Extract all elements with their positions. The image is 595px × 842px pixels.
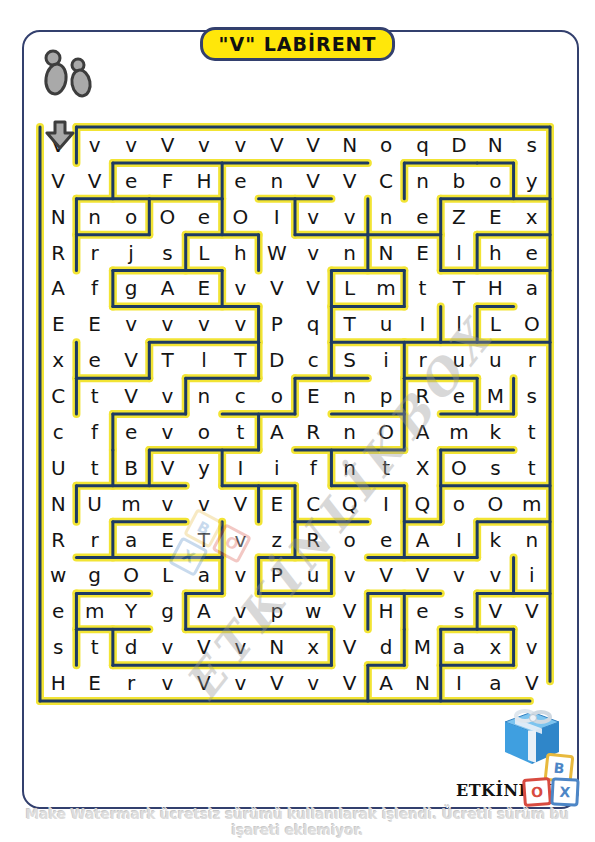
maze-cell: k	[477, 414, 513, 450]
maze-cell: H	[368, 593, 404, 629]
maze-cell: I	[441, 522, 477, 558]
maze-cell: E	[477, 199, 513, 235]
maze-cell: S	[331, 342, 367, 378]
maze-cell: A	[404, 522, 440, 558]
maze-cell: V	[295, 271, 331, 307]
maze-cell: v	[222, 629, 258, 665]
watermark-bottom-text: Make Watermark ücretsiz sürümü kullanıla…	[0, 806, 595, 838]
maze-cell: v	[295, 199, 331, 235]
maze-cell: v	[331, 558, 367, 594]
maze-cell: a	[477, 665, 513, 701]
worksheet-page: "V" LABİRENT VvvVvvVVNoqDNsVVeFHenVVCnbo…	[0, 0, 595, 842]
maze-cell: t	[76, 378, 112, 414]
maze-cell: R	[295, 414, 331, 450]
maze-cell: v	[477, 558, 513, 594]
maze-cell: a	[113, 522, 149, 558]
maze-cell: v	[186, 306, 222, 342]
maze-cell: e	[514, 235, 550, 271]
brand-block-o: O	[522, 777, 552, 807]
maze-cell: c	[40, 414, 76, 450]
maze-cell: D	[259, 342, 295, 378]
maze-cell: E	[76, 665, 112, 701]
maze-cell: t	[76, 629, 112, 665]
maze-cell: s	[441, 593, 477, 629]
maze-cell: V	[76, 163, 112, 199]
maze-cell: E	[76, 306, 112, 342]
maze-cell: l	[441, 306, 477, 342]
maze-cell: t	[514, 414, 550, 450]
maze-cell: u	[477, 342, 513, 378]
maze-cell: t	[76, 450, 112, 486]
maze-cell: p	[259, 593, 295, 629]
maze-cell: q	[295, 306, 331, 342]
maze-cell: P	[259, 306, 295, 342]
maze-cell: e	[113, 414, 149, 450]
footprints-icon	[36, 48, 106, 150]
maze-cell: O	[441, 450, 477, 486]
maze-cell: x	[295, 629, 331, 665]
maze-cell: s	[477, 450, 513, 486]
maze-cell: C	[368, 163, 404, 199]
maze-cell: t	[222, 414, 258, 450]
maze-cell: e	[186, 199, 222, 235]
maze-cell: f	[295, 450, 331, 486]
maze-cell: Q	[331, 486, 367, 522]
maze-cell: s	[514, 127, 550, 163]
maze-cell: O	[368, 414, 404, 450]
brand-blocks-icon: B O X	[523, 754, 579, 806]
maze-cell: V	[514, 665, 550, 701]
maze-cell: v	[222, 306, 258, 342]
maze-cell: o	[477, 163, 513, 199]
maze-cell: m	[368, 271, 404, 307]
maze-cell: r	[404, 342, 440, 378]
maze-cell: Q	[404, 486, 440, 522]
maze-cell: v	[222, 665, 258, 701]
maze-cell: n	[514, 522, 550, 558]
maze-cell: s	[149, 235, 185, 271]
maze-cell: A	[149, 271, 185, 307]
maze-cell: v	[222, 271, 258, 307]
maze-cell: V	[331, 163, 367, 199]
maze-cell: s	[514, 378, 550, 414]
maze-cell: V	[186, 629, 222, 665]
maze-cell: e	[441, 378, 477, 414]
maze-cell: v	[295, 235, 331, 271]
maze-cell: o	[186, 414, 222, 450]
maze-cell: y	[186, 450, 222, 486]
maze-cell: d	[113, 629, 149, 665]
maze-cell: n	[186, 378, 222, 414]
maze-cell: e	[222, 163, 258, 199]
maze-cell: v	[222, 593, 258, 629]
page-title: "V" LABİRENT	[200, 27, 396, 61]
letter-maze-board: VvvVvvVVNoqDNsVVeFHenVVCnboyNnoOeOIvvneZ…	[40, 127, 550, 701]
maze-cell: r	[514, 342, 550, 378]
maze-cell: Y	[113, 593, 149, 629]
maze-cell: V	[222, 486, 258, 522]
maze-cell: y	[514, 163, 550, 199]
maze-cell: v	[441, 558, 477, 594]
maze-cell: T	[331, 306, 367, 342]
maze-cell: v	[149, 306, 185, 342]
maze-cell: t	[514, 450, 550, 486]
maze-cell: E	[186, 271, 222, 307]
maze-cell: n	[331, 414, 367, 450]
maze-cell: m	[76, 593, 112, 629]
maze-cell: g	[76, 558, 112, 594]
maze-cell: M	[404, 629, 440, 665]
maze-cell: V	[295, 127, 331, 163]
maze-cell: o	[331, 522, 367, 558]
maze-cell: v	[113, 127, 149, 163]
maze-cell: V	[259, 665, 295, 701]
down-arrow-icon	[42, 120, 78, 150]
maze-cell: x	[514, 199, 550, 235]
maze-cell: N	[404, 665, 440, 701]
maze-cell: n	[259, 163, 295, 199]
maze-cell: N	[259, 629, 295, 665]
maze-cell: b	[441, 163, 477, 199]
maze-cell: V	[149, 450, 185, 486]
maze-cell: V	[186, 665, 222, 701]
maze-cell: H	[186, 163, 222, 199]
maze-cell: m	[514, 486, 550, 522]
maze-cell: n	[368, 199, 404, 235]
maze-cell: N	[368, 235, 404, 271]
maze-cell: A	[404, 414, 440, 450]
maze-cell: V	[331, 665, 367, 701]
maze-cell: j	[113, 235, 149, 271]
maze-cell: h	[477, 235, 513, 271]
maze-cell: C	[40, 378, 76, 414]
maze-cell: V	[295, 163, 331, 199]
maze-cell: o	[441, 486, 477, 522]
maze-cell: V	[477, 593, 513, 629]
maze-cell: O	[149, 199, 185, 235]
maze-cell: v	[514, 629, 550, 665]
maze-cell: R	[40, 235, 76, 271]
maze-cell: V	[514, 593, 550, 629]
maze-cell: u	[441, 342, 477, 378]
maze-cell: R	[404, 378, 440, 414]
maze-cell: i	[368, 342, 404, 378]
maze-cell: T	[149, 342, 185, 378]
maze-cell: T	[441, 271, 477, 307]
maze-cell: n	[331, 450, 367, 486]
maze-cell: X	[404, 450, 440, 486]
maze-cell: f	[76, 271, 112, 307]
maze-cell: r	[113, 665, 149, 701]
maze-cell: V	[259, 271, 295, 307]
maze-cell: m	[441, 414, 477, 450]
maze-cell: A	[259, 414, 295, 450]
maze-cell: U	[40, 450, 76, 486]
maze-cell: x	[40, 342, 76, 378]
maze-cell: R	[40, 522, 76, 558]
maze-cell: v	[149, 414, 185, 450]
maze-cell: V	[113, 378, 149, 414]
maze-cell: v	[222, 127, 258, 163]
maze-cell: v	[149, 629, 185, 665]
maze-cells: VvvVvvVVNoqDNsVVeFHenVVCnboyNnoOeOIvvneZ…	[40, 127, 550, 701]
maze-cell: g	[113, 271, 149, 307]
maze-cell: n	[404, 163, 440, 199]
maze-cell: z	[259, 522, 295, 558]
maze-cell: V	[259, 127, 295, 163]
maze-cell: V	[40, 163, 76, 199]
maze-cell: t	[404, 271, 440, 307]
maze-cell: w	[295, 593, 331, 629]
maze-cell: E	[40, 306, 76, 342]
maze-cell: H	[40, 665, 76, 701]
maze-cell: t	[368, 450, 404, 486]
maze-cell: U	[76, 486, 112, 522]
maze-cell: n	[331, 378, 367, 414]
maze-cell: r	[76, 235, 112, 271]
maze-cell: r	[76, 522, 112, 558]
maze-cell: v	[113, 306, 149, 342]
maze-cell: V	[113, 342, 149, 378]
maze-cell: e	[404, 199, 440, 235]
maze-cell: H	[477, 271, 513, 307]
maze-cell: N	[477, 127, 513, 163]
maze-cell: N	[40, 486, 76, 522]
maze-cell: c	[222, 378, 258, 414]
maze-cell: i	[259, 450, 295, 486]
maze-cell: W	[259, 235, 295, 271]
maze-cell: O	[113, 558, 149, 594]
maze-cell: c	[295, 342, 331, 378]
maze-cell: e	[368, 522, 404, 558]
maze-cell: A	[186, 593, 222, 629]
maze-cell: n	[331, 235, 367, 271]
maze-cell: l	[441, 235, 477, 271]
maze-cell: L	[477, 306, 513, 342]
maze-cell: e	[76, 342, 112, 378]
maze-cell: a	[514, 271, 550, 307]
maze-cell: w	[40, 558, 76, 594]
maze-cell: V	[368, 558, 404, 594]
maze-cell: I	[368, 486, 404, 522]
maze-cell: u	[295, 558, 331, 594]
maze-cell: g	[149, 593, 185, 629]
maze-cell: v	[149, 378, 185, 414]
maze-cell: e	[113, 163, 149, 199]
maze-cell: O	[222, 199, 258, 235]
maze-cell: e	[404, 593, 440, 629]
maze-cell: N	[40, 199, 76, 235]
maze-cell: v	[186, 127, 222, 163]
maze-cell: f	[76, 414, 112, 450]
maze-cell: L	[186, 235, 222, 271]
maze-cell: I	[222, 450, 258, 486]
maze-cell: x	[477, 629, 513, 665]
maze-cell: V	[404, 558, 440, 594]
maze-cell: R	[295, 522, 331, 558]
maze-cell: F	[149, 163, 185, 199]
maze-cell: o	[368, 127, 404, 163]
maze-cell: k	[477, 522, 513, 558]
maze-cell: A	[368, 665, 404, 701]
maze-cell: P	[259, 558, 295, 594]
maze-cell: I	[441, 665, 477, 701]
maze-cell: m	[113, 486, 149, 522]
maze-cell: I	[404, 306, 440, 342]
maze-cell: V	[331, 629, 367, 665]
maze-cell: T	[222, 342, 258, 378]
maze-cell: A	[40, 271, 76, 307]
maze-cell: o	[113, 199, 149, 235]
maze-cell: i	[514, 558, 550, 594]
maze-cell: v	[149, 486, 185, 522]
maze-cell: o	[259, 378, 295, 414]
maze-cell: L	[331, 271, 367, 307]
maze-cell: C	[295, 486, 331, 522]
maze-cell: v	[295, 665, 331, 701]
maze-cell: N	[331, 127, 367, 163]
maze-cell: e	[40, 593, 76, 629]
maze-cell: q	[404, 127, 440, 163]
maze-cell: d	[368, 629, 404, 665]
maze-cell: B	[113, 450, 149, 486]
maze-cell: v	[149, 665, 185, 701]
maze-cell: O	[477, 486, 513, 522]
maze-cell: O	[514, 306, 550, 342]
maze-cell: v	[331, 199, 367, 235]
maze-cell: D	[441, 127, 477, 163]
maze-cell: I	[259, 199, 295, 235]
maze-cell: V	[149, 127, 185, 163]
maze-cell: E	[259, 486, 295, 522]
maze-cell: V	[331, 593, 367, 629]
maze-cell: u	[368, 306, 404, 342]
maze-cell: Z	[441, 199, 477, 235]
maze-cell: E	[404, 235, 440, 271]
maze-cell: M	[477, 378, 513, 414]
maze-cell: a	[441, 629, 477, 665]
brand-block-x: X	[550, 777, 579, 806]
maze-cell: l	[186, 342, 222, 378]
maze-cell: h	[222, 235, 258, 271]
maze-cell: E	[295, 378, 331, 414]
publisher-logo: ETKİNLİK B O X	[456, 714, 581, 806]
maze-cell: n	[76, 199, 112, 235]
maze-cell: p	[368, 378, 404, 414]
maze-cell: s	[40, 629, 76, 665]
